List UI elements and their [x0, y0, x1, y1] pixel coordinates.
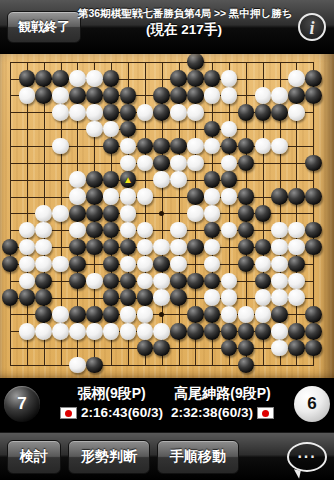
- black-stone: [103, 138, 120, 155]
- black-stone: [153, 104, 170, 121]
- white-stone: [288, 273, 305, 290]
- white-stone: [19, 273, 36, 290]
- white-stone: [153, 323, 170, 340]
- white-stone: [187, 138, 204, 155]
- white-stone: [120, 256, 137, 273]
- black-stone: [187, 239, 204, 256]
- black-stone: [120, 121, 137, 138]
- black-stone: [103, 70, 120, 87]
- black-stone: [103, 256, 120, 273]
- black-stone: [170, 289, 187, 306]
- black-stone: [86, 171, 103, 188]
- black-stone: [153, 138, 170, 155]
- white-stone: [86, 70, 103, 87]
- black-stone: [86, 87, 103, 104]
- black-stone: [103, 205, 120, 222]
- move-navigation-button-label: 手順移動: [170, 448, 226, 466]
- white-stone: [120, 138, 137, 155]
- black-stone: [288, 256, 305, 273]
- black-stone: [204, 222, 221, 239]
- white-stone: [120, 205, 137, 222]
- black-stone: [238, 357, 255, 374]
- white-stone: [153, 239, 170, 256]
- black-stone: [255, 104, 272, 121]
- white-stone: [271, 323, 288, 340]
- black-stone: [153, 155, 170, 172]
- white-stone: [86, 273, 103, 290]
- black-stone: [86, 306, 103, 323]
- black-stone: [238, 104, 255, 121]
- white-stone: [271, 289, 288, 306]
- info-icon[interactable]: i: [298, 13, 326, 41]
- black-stone: [221, 340, 238, 357]
- black-stone: [305, 239, 322, 256]
- review-button[interactable]: 検討: [7, 440, 61, 474]
- black-stone: [103, 306, 120, 323]
- black-stone: [153, 87, 170, 104]
- black-stone: [35, 70, 52, 87]
- white-stone: [52, 104, 69, 121]
- black-stone: [238, 340, 255, 357]
- black-stone: [153, 256, 170, 273]
- white-stone: [52, 306, 69, 323]
- white-player-name: 高尾紳路(9段P): [155, 383, 290, 403]
- japan-flag-icon: [257, 407, 274, 419]
- black-stone: [120, 87, 137, 104]
- white-stone: [288, 239, 305, 256]
- black-stone: [19, 70, 36, 87]
- white-stone: [221, 289, 238, 306]
- white-stone: [221, 273, 238, 290]
- white-stone: [69, 323, 86, 340]
- white-stone: [19, 239, 36, 256]
- white-stone: [137, 222, 154, 239]
- position-judge-button-label: 形勢判断: [81, 448, 137, 466]
- white-stone: [86, 104, 103, 121]
- white-stone: [288, 289, 305, 306]
- black-stone: [238, 138, 255, 155]
- black-stone: [288, 323, 305, 340]
- black-stone: [69, 273, 86, 290]
- black-stone: [255, 205, 272, 222]
- black-stone: [35, 289, 52, 306]
- japan-flag-icon: [60, 407, 77, 419]
- black-stone: [103, 87, 120, 104]
- black-stone: [255, 323, 272, 340]
- white-stone: [288, 104, 305, 121]
- white-stone: [137, 273, 154, 290]
- black-stone: [170, 87, 187, 104]
- white-stone: [69, 171, 86, 188]
- black-stone: [187, 323, 204, 340]
- black-stone: [204, 121, 221, 138]
- chat-dots: ···: [298, 448, 317, 466]
- black-stone: [288, 87, 305, 104]
- black-stone: [170, 138, 187, 155]
- black-stone: [255, 239, 272, 256]
- match-title: 第36期棋聖戦七番勝負第4局 >> 黒中押し勝ち: [78, 6, 290, 21]
- white-stone: [35, 222, 52, 239]
- black-stone: [86, 239, 103, 256]
- black-stone: [187, 188, 204, 205]
- black-stone: [35, 273, 52, 290]
- black-stone: [86, 222, 103, 239]
- white-stone: [69, 222, 86, 239]
- black-stone: [2, 256, 19, 273]
- review-button-label: 検討: [20, 448, 48, 466]
- black-stone: [221, 138, 238, 155]
- white-stone: [170, 155, 187, 172]
- black-stone: [305, 188, 322, 205]
- black-stone: [69, 239, 86, 256]
- white-stone: [271, 239, 288, 256]
- white-stone: [170, 171, 187, 188]
- chat-bubble-icon[interactable]: ···: [287, 442, 327, 472]
- black-stone: [305, 87, 322, 104]
- black-stone: [120, 289, 137, 306]
- white-stone: [137, 104, 154, 121]
- black-stone: [187, 273, 204, 290]
- black-stone: [170, 273, 187, 290]
- white-stone: [35, 256, 52, 273]
- white-stone: [52, 205, 69, 222]
- white-captures-stone-icon: 6: [294, 386, 330, 422]
- black-stone: [271, 306, 288, 323]
- black-stone: [238, 239, 255, 256]
- black-stone: [305, 323, 322, 340]
- white-stone: [69, 357, 86, 374]
- move-counter: (現在 217手): [78, 21, 290, 39]
- black-stone: [187, 70, 204, 87]
- black-stone: [153, 340, 170, 357]
- grid-line: [10, 230, 314, 231]
- black-stone: [86, 357, 103, 374]
- white-stone: [204, 188, 221, 205]
- white-stone: [255, 87, 272, 104]
- white-stone: [137, 188, 154, 205]
- white-stone: [137, 239, 154, 256]
- white-stone: [221, 222, 238, 239]
- black-stone: [204, 273, 221, 290]
- black-stone: [305, 222, 322, 239]
- black-stone: [204, 306, 221, 323]
- white-stone: [221, 306, 238, 323]
- player-bar: 7 張栩(9段P) 2:16:43(60/3) 高尾紳路(9段P) 2:32:3…: [0, 378, 334, 432]
- white-stone: [255, 306, 272, 323]
- white-stone: [137, 323, 154, 340]
- black-stone: [2, 289, 19, 306]
- black-stone: [238, 188, 255, 205]
- black-stone: [204, 171, 221, 188]
- white-stone: [204, 205, 221, 222]
- white-stone: [288, 70, 305, 87]
- white-stone: [69, 70, 86, 87]
- white-stone: [288, 222, 305, 239]
- white-stone: [69, 104, 86, 121]
- white-stone: [120, 188, 137, 205]
- white-stone: [19, 87, 36, 104]
- black-stone: [187, 54, 204, 70]
- white-stone: [271, 138, 288, 155]
- black-stone: [19, 289, 36, 306]
- black-stone: [305, 155, 322, 172]
- white-captures-count: 6: [307, 394, 316, 414]
- black-stone: [69, 205, 86, 222]
- white-stone: [35, 239, 52, 256]
- black-stone: [271, 104, 288, 121]
- nav-bar: 観戦終了 第36期棋聖戦七番勝負第4局 >> 黒中押し勝ち (現在 217手) …: [0, 0, 334, 55]
- white-stone: [120, 222, 137, 239]
- black-stone: [255, 273, 272, 290]
- black-stone: [103, 239, 120, 256]
- white-stone: [137, 306, 154, 323]
- position-judge-button[interactable]: 形勢判断: [68, 440, 150, 474]
- white-stone: [221, 87, 238, 104]
- white-stone: [120, 306, 137, 323]
- white-stone: [221, 155, 238, 172]
- white-stone: [255, 138, 272, 155]
- white-stone: [271, 256, 288, 273]
- white-stone: [153, 273, 170, 290]
- black-stone: [238, 323, 255, 340]
- white-stone: [170, 239, 187, 256]
- black-stone: [238, 155, 255, 172]
- black-stone: [86, 188, 103, 205]
- black-stone: [52, 70, 69, 87]
- hoshi-point: [159, 211, 164, 216]
- black-stone: [137, 289, 154, 306]
- black-stone: [271, 188, 288, 205]
- white-stone: [221, 121, 238, 138]
- white-stone: [19, 256, 36, 273]
- white-stone: [19, 222, 36, 239]
- black-stone: [288, 340, 305, 357]
- white-stone: [153, 289, 170, 306]
- white-player-clock: 2:32:38(60/3): [171, 403, 253, 423]
- white-stone: [19, 323, 36, 340]
- white-player-block: 高尾紳路(9段P) 2:32:38(60/3): [155, 383, 290, 423]
- white-stone: [52, 138, 69, 155]
- black-stone: [170, 323, 187, 340]
- white-stone: [103, 188, 120, 205]
- black-stone: [187, 87, 204, 104]
- black-stone: [305, 306, 322, 323]
- white-stone: [52, 323, 69, 340]
- end-watching-label: 観戦終了: [18, 18, 70, 36]
- black-stone: [170, 70, 187, 87]
- black-stone: [305, 340, 322, 357]
- black-stone: [35, 87, 52, 104]
- white-stone: [35, 323, 52, 340]
- black-stone: [69, 87, 86, 104]
- go-board[interactable]: ▲: [0, 54, 334, 378]
- white-player-time-row: 2:32:38(60/3): [155, 403, 290, 423]
- white-stone: [204, 87, 221, 104]
- white-stone: [120, 323, 137, 340]
- black-stone: [103, 273, 120, 290]
- white-stone: [52, 256, 69, 273]
- black-captures-stone-icon: 7: [4, 386, 40, 422]
- white-stone: [137, 256, 154, 273]
- white-stone: [221, 70, 238, 87]
- white-stone: [204, 256, 221, 273]
- white-stone: [255, 289, 272, 306]
- black-stone: [137, 340, 154, 357]
- white-stone: [170, 256, 187, 273]
- page-title: 第36期棋聖戦七番勝負第4局 >> 黒中押し勝ち (現在 217手): [78, 6, 290, 39]
- black-stone: [221, 323, 238, 340]
- black-stone: [2, 239, 19, 256]
- black-stone: [238, 222, 255, 239]
- black-stone: [221, 171, 238, 188]
- grid-line: [10, 365, 314, 366]
- white-stone: [86, 323, 103, 340]
- white-stone: [120, 155, 137, 172]
- end-watching-button[interactable]: 観戦終了: [7, 11, 81, 43]
- black-stone: [86, 205, 103, 222]
- white-stone: [255, 256, 272, 273]
- white-stone: [103, 323, 120, 340]
- black-stone: [204, 70, 221, 87]
- white-stone: [187, 155, 204, 172]
- white-stone: [271, 87, 288, 104]
- black-stone: [103, 222, 120, 239]
- black-stone: [204, 323, 221, 340]
- hoshi-point: [159, 312, 164, 317]
- black-stone: [238, 256, 255, 273]
- white-stone: [69, 188, 86, 205]
- black-stone: [103, 171, 120, 188]
- black-captures-count: 7: [17, 394, 26, 414]
- white-stone: [204, 138, 221, 155]
- black-stone: [120, 273, 137, 290]
- white-stone: [271, 340, 288, 357]
- black-stone: [69, 256, 86, 273]
- move-navigation-button[interactable]: 手順移動: [157, 440, 239, 474]
- white-stone: [238, 306, 255, 323]
- white-stone: [187, 104, 204, 121]
- white-stone: [170, 104, 187, 121]
- black-stone: [187, 306, 204, 323]
- black-stone: [69, 306, 86, 323]
- white-stone: [52, 87, 69, 104]
- black-player-clock: 2:16:43(60/3): [81, 403, 163, 423]
- white-stone: [271, 273, 288, 290]
- white-stone: [187, 205, 204, 222]
- white-stone: [204, 239, 221, 256]
- white-stone: [153, 171, 170, 188]
- black-stone: [120, 104, 137, 121]
- black-stone: [238, 205, 255, 222]
- white-stone: [137, 155, 154, 172]
- white-stone: [204, 289, 221, 306]
- bottom-toolbar: 検討 形勢判断 手順移動 ···: [0, 432, 334, 480]
- black-stone: [103, 289, 120, 306]
- white-stone: [103, 121, 120, 138]
- black-stone: [103, 104, 120, 121]
- black-stone: [305, 70, 322, 87]
- black-stone: [137, 138, 154, 155]
- white-stone: [221, 188, 238, 205]
- black-stone: [120, 239, 137, 256]
- black-stone: [288, 188, 305, 205]
- white-stone: [35, 205, 52, 222]
- last-move-marker-icon: ▲: [120, 171, 137, 188]
- white-stone: [271, 222, 288, 239]
- white-stone: [86, 121, 103, 138]
- white-stone: [170, 222, 187, 239]
- black-stone: [35, 306, 52, 323]
